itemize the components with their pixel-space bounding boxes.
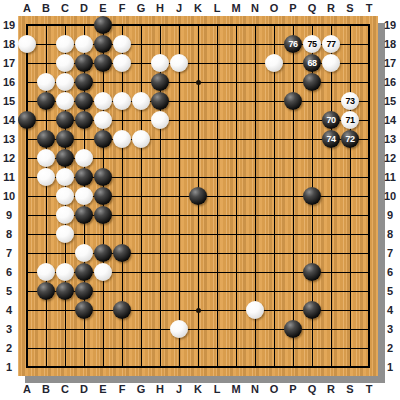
move-number: 73 — [345, 97, 354, 106]
column-label-top: H — [151, 0, 169, 16]
column-label-bottom: R — [322, 381, 340, 397]
stone-white — [56, 92, 74, 110]
column-label-bottom: H — [151, 381, 169, 397]
stone-black — [94, 130, 112, 148]
stone-black — [94, 187, 112, 205]
stone-black — [303, 73, 321, 91]
stone-white — [113, 54, 131, 72]
column-label-top: P — [284, 0, 302, 16]
row-label-right: 17 — [381, 55, 399, 71]
column-label-bottom: L — [208, 381, 226, 397]
stone-black — [113, 244, 131, 262]
stone-black — [75, 206, 93, 224]
row-label-left: 9 — [0, 207, 18, 223]
row-label-right: 3 — [381, 321, 399, 337]
stone-white — [265, 54, 283, 72]
column-label-bottom: K — [189, 381, 207, 397]
column-label-top: A — [18, 0, 36, 16]
row-label-left: 14 — [0, 112, 18, 128]
stone-black — [113, 301, 131, 319]
move-number: 70 — [326, 116, 335, 125]
stone-white — [37, 149, 55, 167]
stone-black — [37, 282, 55, 300]
move-number: 75 — [307, 40, 316, 49]
row-label-left: 17 — [0, 55, 18, 71]
row-label-left: 16 — [0, 74, 18, 90]
column-label-bottom: F — [113, 381, 131, 397]
column-label-bottom: B — [37, 381, 55, 397]
stone-white — [170, 54, 188, 72]
row-label-left: 19 — [0, 17, 18, 33]
stone-black — [75, 54, 93, 72]
stone-black — [75, 92, 93, 110]
row-label-left: 1 — [0, 359, 18, 375]
stone-white: 77 — [322, 35, 340, 53]
move-number: 74 — [326, 135, 335, 144]
row-label-right: 12 — [381, 150, 399, 166]
stone-black — [18, 111, 36, 129]
row-label-left: 10 — [0, 188, 18, 204]
stone-black — [75, 282, 93, 300]
move-number: 76 — [288, 40, 297, 49]
row-label-right: 9 — [381, 207, 399, 223]
stone-black — [75, 111, 93, 129]
star-point — [196, 80, 201, 85]
stone-white — [113, 35, 131, 53]
stone-black — [75, 263, 93, 281]
stone-white — [132, 130, 150, 148]
row-label-left: 4 — [0, 302, 18, 318]
column-label-top: Q — [303, 0, 321, 16]
stone-black — [151, 73, 169, 91]
row-label-left: 13 — [0, 131, 18, 147]
stone-white: 75 — [303, 35, 321, 53]
row-label-right: 19 — [381, 17, 399, 33]
column-label-top: N — [246, 0, 264, 16]
stone-white — [56, 206, 74, 224]
stone-black: 72 — [341, 130, 359, 148]
column-label-top: G — [132, 0, 150, 16]
column-label-bottom: D — [75, 381, 93, 397]
stone-white — [75, 244, 93, 262]
stone-black: 76 — [284, 35, 302, 53]
row-label-left: 7 — [0, 245, 18, 261]
stone-white — [37, 73, 55, 91]
stone-white — [246, 301, 264, 319]
stone-black: 74 — [322, 130, 340, 148]
move-number: 72 — [345, 135, 354, 144]
stone-white — [56, 73, 74, 91]
stone-black — [56, 149, 74, 167]
stone-white — [75, 35, 93, 53]
row-label-right: 7 — [381, 245, 399, 261]
column-label-bottom: S — [341, 381, 359, 397]
stone-white — [151, 111, 169, 129]
stone-black — [151, 92, 169, 110]
column-label-bottom: C — [56, 381, 74, 397]
stone-white — [113, 92, 131, 110]
stone-black — [303, 263, 321, 281]
stone-black — [94, 54, 112, 72]
stone-black — [189, 187, 207, 205]
column-label-top: O — [265, 0, 283, 16]
column-label-top: E — [94, 0, 112, 16]
row-label-right: 11 — [381, 169, 399, 185]
column-label-bottom: Q — [303, 381, 321, 397]
row-label-left: 5 — [0, 283, 18, 299]
stone-white — [94, 263, 112, 281]
column-label-top: S — [341, 0, 359, 16]
column-label-top: M — [227, 0, 245, 16]
row-label-right: 15 — [381, 93, 399, 109]
go-diagram: 767577687370717472 AA1919BB1818CC1717DD1… — [0, 0, 400, 400]
stone-white — [75, 149, 93, 167]
row-label-left: 3 — [0, 321, 18, 337]
column-label-top: R — [322, 0, 340, 16]
stone-white — [56, 225, 74, 243]
row-label-right: 6 — [381, 264, 399, 280]
row-label-right: 18 — [381, 36, 399, 52]
stone-black — [75, 73, 93, 91]
column-label-top: K — [189, 0, 207, 16]
row-label-left: 18 — [0, 36, 18, 52]
stone-black — [303, 187, 321, 205]
stone-black: 70 — [322, 111, 340, 129]
stone-white — [322, 54, 340, 72]
stone-black — [56, 282, 74, 300]
stone-black — [56, 130, 74, 148]
stone-white: 71 — [341, 111, 359, 129]
column-label-top: D — [75, 0, 93, 16]
column-label-bottom: P — [284, 381, 302, 397]
column-label-bottom: G — [132, 381, 150, 397]
stone-white — [75, 187, 93, 205]
stone-white — [37, 263, 55, 281]
stone-white — [151, 54, 169, 72]
column-label-bottom: J — [170, 381, 188, 397]
column-label-bottom: N — [246, 381, 264, 397]
stone-black — [37, 92, 55, 110]
column-label-bottom: O — [265, 381, 283, 397]
column-label-top: C — [56, 0, 74, 16]
row-label-left: 15 — [0, 93, 18, 109]
column-label-bottom: E — [94, 381, 112, 397]
stone-white — [94, 111, 112, 129]
stone-black — [94, 35, 112, 53]
stone-white — [56, 168, 74, 186]
stone-black — [56, 111, 74, 129]
column-label-top: B — [37, 0, 55, 16]
column-label-bottom: T — [360, 381, 378, 397]
row-label-right: 5 — [381, 283, 399, 299]
stone-black — [75, 301, 93, 319]
row-label-right: 16 — [381, 74, 399, 90]
stone-white — [94, 92, 112, 110]
stone-white: 73 — [341, 92, 359, 110]
column-label-top: F — [113, 0, 131, 16]
go-board[interactable]: 767577687370717472 — [18, 16, 378, 376]
stone-black — [284, 320, 302, 338]
row-label-right: 2 — [381, 340, 399, 356]
stone-black — [94, 16, 112, 34]
stone-white — [37, 168, 55, 186]
star-point — [196, 308, 201, 313]
stone-black — [37, 130, 55, 148]
row-label-left: 8 — [0, 226, 18, 242]
move-number: 68 — [307, 59, 316, 68]
column-label-top: L — [208, 0, 226, 16]
column-label-bottom: M — [227, 381, 245, 397]
stone-black — [94, 206, 112, 224]
row-label-left: 2 — [0, 340, 18, 356]
move-number: 71 — [345, 116, 354, 125]
stone-white — [56, 263, 74, 281]
stone-white — [56, 54, 74, 72]
stone-black — [303, 301, 321, 319]
stone-white — [18, 35, 36, 53]
stone-white — [170, 320, 188, 338]
stone-white — [113, 130, 131, 148]
row-label-right: 4 — [381, 302, 399, 318]
stone-black — [75, 168, 93, 186]
row-label-left: 6 — [0, 264, 18, 280]
stone-black — [94, 244, 112, 262]
row-label-right: 1 — [381, 359, 399, 375]
row-label-left: 12 — [0, 150, 18, 166]
row-label-right: 13 — [381, 131, 399, 147]
row-label-right: 10 — [381, 188, 399, 204]
column-label-bottom: A — [18, 381, 36, 397]
row-label-right: 14 — [381, 112, 399, 128]
row-label-right: 8 — [381, 226, 399, 242]
stone-black — [284, 92, 302, 110]
column-label-top: T — [360, 0, 378, 16]
stone-white — [56, 35, 74, 53]
stone-black: 68 — [303, 54, 321, 72]
stone-white — [56, 187, 74, 205]
stone-white — [132, 92, 150, 110]
move-number: 77 — [326, 40, 335, 49]
stone-black — [94, 168, 112, 186]
column-label-top: J — [170, 0, 188, 16]
row-label-left: 11 — [0, 169, 18, 185]
